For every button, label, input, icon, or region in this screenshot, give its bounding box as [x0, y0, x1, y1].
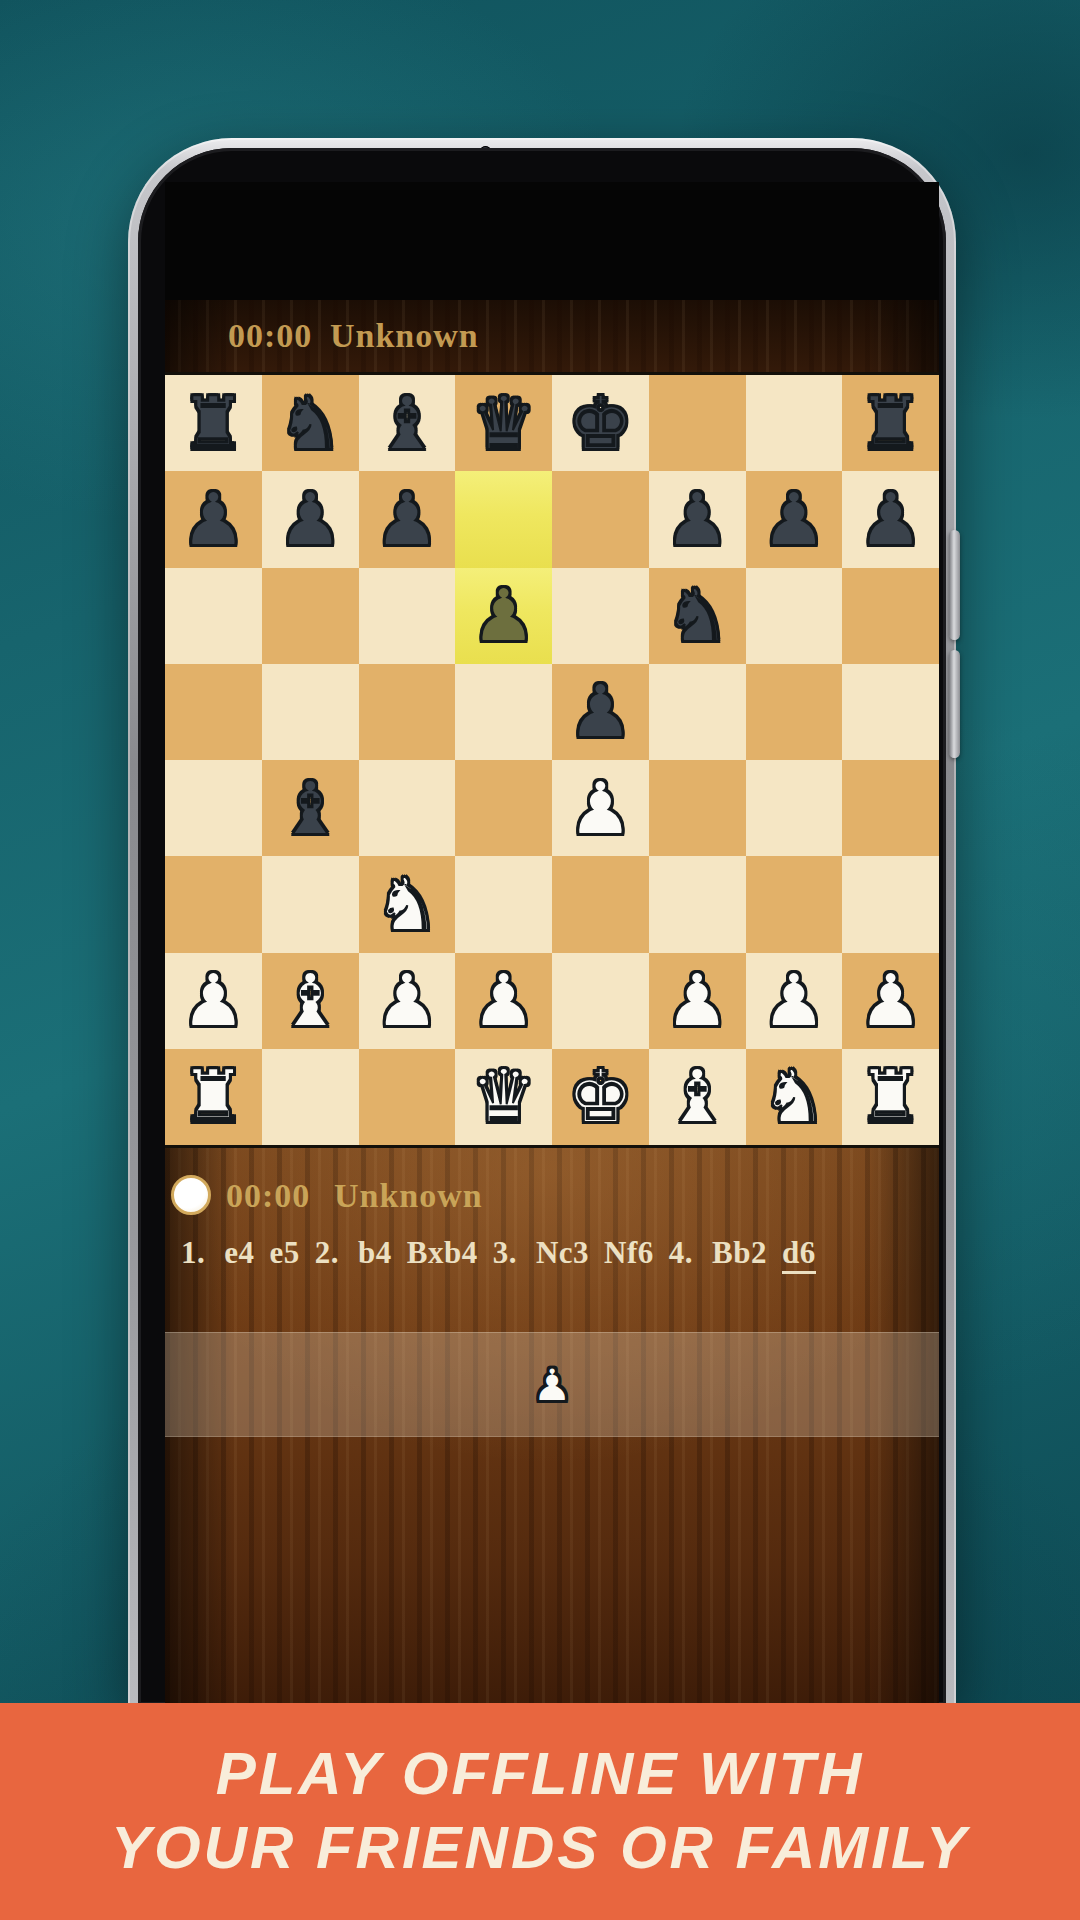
piece-black-pawn-b7[interactable]: ♟ — [277, 472, 343, 567]
square-d3[interactable] — [455, 856, 552, 952]
square-h7[interactable]: ♟ — [842, 471, 939, 567]
square-g8[interactable] — [746, 375, 843, 471]
piece-white-bishop-f1[interactable]: ♝ — [664, 1049, 730, 1144]
move-Nc3[interactable]: Nc3 — [536, 1235, 589, 1270]
square-g6[interactable] — [746, 568, 843, 664]
square-c4[interactable] — [359, 760, 456, 856]
power-button — [949, 650, 960, 758]
square-b5[interactable] — [262, 664, 359, 760]
square-g7[interactable]: ♟ — [746, 471, 843, 567]
square-g3[interactable] — [746, 856, 843, 952]
move-number[interactable]: 3. — [493, 1235, 517, 1270]
store-screenshot: { "game": "chess", "position": { "fen": … — [0, 0, 1080, 1920]
square-h3[interactable] — [842, 856, 939, 952]
square-g2[interactable]: ♟ — [746, 953, 843, 1049]
piece-black-bishop-c8[interactable]: ♝ — [374, 376, 440, 471]
square-a1[interactable]: ♜ — [165, 1049, 262, 1145]
square-c6[interactable] — [359, 568, 456, 664]
square-b4[interactable]: ♝ — [262, 760, 359, 856]
piece-white-knight-g1[interactable]: ♞ — [761, 1049, 827, 1144]
square-a6[interactable] — [165, 568, 262, 664]
player-name: Unknown — [334, 1174, 483, 1218]
promo-banner: PLAY OFFLINE WITH YOUR FRIENDS OR FAMILY — [0, 1703, 1080, 1920]
move-Nf6[interactable]: Nf6 — [604, 1235, 654, 1270]
piece-black-pawn-g7[interactable]: ♟ — [761, 472, 827, 567]
square-b3[interactable] — [262, 856, 359, 952]
piece-black-knight-f6[interactable]: ♞ — [664, 568, 730, 663]
piece-black-bishop-b4[interactable]: ♝ — [277, 761, 343, 856]
square-e1[interactable]: ♚ — [552, 1049, 649, 1145]
player-clock-row: 00:00 Unknown — [165, 1174, 939, 1218]
piece-black-pawn-a7[interactable]: ♟ — [180, 472, 246, 567]
square-b6[interactable] — [262, 568, 359, 664]
piece-white-pawn-g2[interactable]: ♟ — [761, 953, 827, 1048]
opponent-time: 00:00 — [228, 314, 312, 358]
square-f8[interactable] — [649, 375, 746, 471]
square-h2[interactable]: ♟ — [842, 953, 939, 1049]
square-a5[interactable] — [165, 664, 262, 760]
square-e6[interactable] — [552, 568, 649, 664]
square-a3[interactable] — [165, 856, 262, 952]
piece-black-pawn-h7[interactable]: ♟ — [857, 472, 923, 567]
square-e3[interactable] — [552, 856, 649, 952]
piece-black-queen-d8[interactable]: ♛ — [470, 376, 536, 471]
banner-line-2: YOUR FRIENDS OR FAMILY — [0, 1811, 1080, 1885]
piece-black-pawn-d6[interactable]: ♟ — [470, 568, 536, 663]
move-number[interactable]: 2. — [315, 1235, 339, 1270]
square-e4[interactable]: ♟ — [552, 760, 649, 856]
square-c5[interactable] — [359, 664, 456, 760]
piece-white-king-e1[interactable]: ♚ — [567, 1049, 633, 1144]
square-b7[interactable]: ♟ — [262, 471, 359, 567]
square-c8[interactable]: ♝ — [359, 375, 456, 471]
piece-white-pawn-c2[interactable]: ♟ — [374, 953, 440, 1048]
piece-white-pawn-h2[interactable]: ♟ — [857, 953, 923, 1048]
player-time: 00:00 — [226, 1174, 310, 1218]
piece-black-rook-a8[interactable]: ♜ — [180, 376, 246, 471]
square-f7[interactable]: ♟ — [649, 471, 746, 567]
square-f4[interactable] — [649, 760, 746, 856]
piece-black-pawn-f7[interactable]: ♟ — [664, 472, 730, 567]
square-b8[interactable]: ♞ — [262, 375, 359, 471]
piece-white-pawn-e4[interactable]: ♟ — [567, 761, 633, 856]
square-e5[interactable]: ♟ — [552, 664, 649, 760]
phone-mockup: 00:00 Unknown ♜♞♝♛♚♜♟♟♟♟♟♟♟♞♟♝♟♞♟♝♟♟♟♟♟♜… — [128, 138, 956, 1705]
square-e7[interactable] — [552, 471, 649, 567]
square-h1[interactable]: ♜ — [842, 1049, 939, 1145]
square-d2[interactable]: ♟ — [455, 953, 552, 1049]
square-g1[interactable]: ♞ — [746, 1049, 843, 1145]
square-c1[interactable] — [359, 1049, 456, 1145]
piece-white-pawn-f2[interactable]: ♟ — [664, 953, 730, 1048]
square-d8[interactable]: ♛ — [455, 375, 552, 471]
move-Bxb4[interactable]: Bxb4 — [407, 1235, 478, 1270]
piece-black-rook-h8[interactable]: ♜ — [857, 376, 923, 471]
square-h8[interactable]: ♜ — [842, 375, 939, 471]
chess-board[interactable]: ♜♞♝♛♚♜♟♟♟♟♟♟♟♞♟♝♟♞♟♝♟♟♟♟♟♜♛♚♝♞♜ — [165, 372, 939, 1148]
volume-button — [949, 530, 960, 640]
square-c2[interactable]: ♟ — [359, 953, 456, 1049]
move-number[interactable]: 4. — [669, 1235, 693, 1270]
move-Bb2[interactable]: Bb2 — [712, 1235, 767, 1270]
square-f1[interactable]: ♝ — [649, 1049, 746, 1145]
square-f6[interactable]: ♞ — [649, 568, 746, 664]
turn-indicator-icon — [171, 1175, 211, 1215]
square-b1[interactable] — [262, 1049, 359, 1145]
move-number[interactable]: 1. — [181, 1235, 205, 1270]
piece-black-knight-b8[interactable]: ♞ — [277, 376, 343, 471]
banner-line-1: PLAY OFFLINE WITH — [0, 1737, 1080, 1811]
square-a2[interactable]: ♟ — [165, 953, 262, 1049]
piece-black-pawn-c7[interactable]: ♟ — [374, 472, 440, 567]
square-c7[interactable]: ♟ — [359, 471, 456, 567]
square-f2[interactable]: ♟ — [649, 953, 746, 1049]
square-a7[interactable]: ♟ — [165, 471, 262, 567]
piece-white-pawn-d2[interactable]: ♟ — [470, 953, 536, 1048]
square-f5[interactable] — [649, 664, 746, 760]
square-b2[interactable]: ♝ — [262, 953, 359, 1049]
piece-black-king-e8[interactable]: ♚ — [567, 376, 633, 471]
opponent-clock-row: 00:00 Unknown — [165, 314, 939, 358]
piece-black-pawn-e5[interactable]: ♟ — [567, 664, 633, 759]
piece-white-knight-c3[interactable]: ♞ — [374, 857, 440, 952]
square-e2[interactable] — [552, 953, 649, 1049]
square-d4[interactable] — [455, 760, 552, 856]
move-d6[interactable]: d6 — [782, 1235, 816, 1274]
square-h6[interactable] — [842, 568, 939, 664]
square-c3[interactable]: ♞ — [359, 856, 456, 952]
square-d7[interactable] — [455, 471, 552, 567]
move-list: 1.e4e52.b4Bxb43.Nc3Nf64.Bb2d6 — [181, 1234, 921, 1272]
piece-white-pawn-a2[interactable]: ♟ — [180, 953, 246, 1048]
captured-pieces-tray: ♟ — [165, 1332, 939, 1437]
captured-white-pawn-icon: ♟ — [531, 1355, 572, 1415]
move-e4[interactable]: e4 — [224, 1235, 254, 1270]
move-b4[interactable]: b4 — [358, 1235, 392, 1270]
piece-white-queen-d1[interactable]: ♛ — [470, 1049, 536, 1144]
phone-bezel: 00:00 Unknown ♜♞♝♛♚♜♟♟♟♟♟♟♟♞♟♝♟♞♟♝♟♟♟♟♟♜… — [138, 148, 946, 1705]
square-d1[interactable]: ♛ — [455, 1049, 552, 1145]
square-h4[interactable] — [842, 760, 939, 856]
move-e5[interactable]: e5 — [270, 1235, 300, 1270]
piece-white-bishop-b2[interactable]: ♝ — [277, 953, 343, 1048]
square-f3[interactable] — [649, 856, 746, 952]
square-h5[interactable] — [842, 664, 939, 760]
opponent-name: Unknown — [330, 314, 479, 358]
app-screen: 00:00 Unknown ♜♞♝♛♚♜♟♟♟♟♟♟♟♞♟♝♟♞♟♝♟♟♟♟♟♜… — [165, 182, 939, 1705]
square-g4[interactable] — [746, 760, 843, 856]
piece-white-rook-a1[interactable]: ♜ — [180, 1049, 246, 1144]
square-a4[interactable] — [165, 760, 262, 856]
square-a8[interactable]: ♜ — [165, 375, 262, 471]
piece-white-rook-h1[interactable]: ♜ — [857, 1049, 923, 1144]
square-d5[interactable] — [455, 664, 552, 760]
square-d6[interactable]: ♟ — [455, 568, 552, 664]
square-g5[interactable] — [746, 664, 843, 760]
square-e8[interactable]: ♚ — [552, 375, 649, 471]
